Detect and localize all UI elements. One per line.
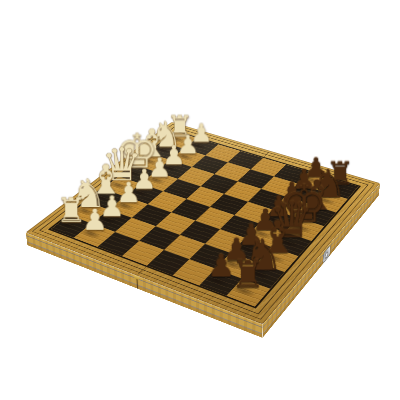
piece-shadow bbox=[312, 195, 338, 206]
piece-shadow bbox=[89, 192, 114, 203]
piece-shadow bbox=[233, 242, 261, 255]
piece-shadow bbox=[95, 214, 121, 226]
piece-shadow bbox=[259, 251, 287, 265]
piece-white-rook: ♜ bbox=[153, 112, 207, 140]
piece-shadow bbox=[128, 187, 153, 198]
piece-shadow bbox=[72, 205, 97, 217]
piece-shadow bbox=[151, 145, 174, 155]
board-squares: ♜♟♟♜♞♟♟♞♝♟♟♝♚♟♟♚♛♟♟♛♝♟♟♝♞♟♟♞♜♟♟♜ bbox=[48, 131, 361, 309]
piece-shadow bbox=[274, 236, 302, 249]
piece-shadow bbox=[165, 135, 188, 144]
square-d6 bbox=[220, 215, 259, 238]
board-surface: ♜♟♟♜♞♟♟♞♝♟♟♝♚♟♟♚♛♟♟♛♝♟♟♝♞♟♟♞♜♟♟♜ bbox=[26, 122, 380, 325]
piece-shadow bbox=[186, 141, 209, 150]
piece-shadow bbox=[245, 267, 274, 281]
piece-shadow bbox=[121, 168, 145, 178]
square-b2: ♟ bbox=[92, 210, 132, 232]
square-a1: ♜ bbox=[51, 215, 92, 238]
piece-black-rook: ♜ bbox=[311, 158, 369, 188]
piece-shadow bbox=[324, 182, 349, 193]
piece-shadow bbox=[158, 163, 182, 173]
piece-shadow bbox=[261, 214, 288, 226]
piece-shadow bbox=[248, 228, 275, 241]
photo-scene: ♜♟♟♜♞♟♟♞♝♟♟♝♚♟♟♚♛♟♟♛♝♟♟♝♞♟♟♞♜♟♟♜ bbox=[0, 0, 400, 400]
piece-shadow bbox=[112, 200, 137, 212]
piece-shadow bbox=[275, 200, 301, 212]
piece-shadow bbox=[106, 180, 131, 191]
piece-shadow bbox=[287, 222, 314, 234]
piece-shadow bbox=[287, 187, 312, 198]
board-frame: ♜♟♟♜♞♟♟♞♝♟♟♝♚♟♟♚♛♟♟♛♝♟♟♝♞♟♟♞♜♟♟♜ bbox=[26, 122, 380, 325]
piece-shadow bbox=[137, 156, 161, 166]
chess-board: ♜♟♟♜♞♟♟♞♝♟♟♝♚♟♟♚♛♟♟♛♝♟♟♝♞♟♟♞♜♟♟♜ bbox=[26, 122, 380, 325]
piece-white-knight: ♞ bbox=[59, 175, 120, 212]
piece-shadow bbox=[172, 152, 196, 162]
piece-shadow bbox=[299, 175, 324, 186]
product-photo: ♜♟♟♜♞♟♟♞♝♟♟♝♚♟♟♚♛♟♟♛♝♟♟♝♞♟♟♞♜♟♟♜ bbox=[0, 0, 400, 400]
piece-shadow bbox=[54, 219, 80, 231]
square-e8: ♚ bbox=[285, 218, 324, 241]
